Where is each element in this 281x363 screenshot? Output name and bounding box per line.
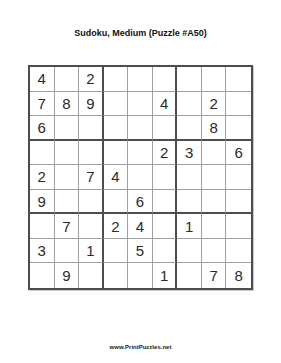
sudoku-board: 4278942682362749672413159178	[28, 65, 253, 290]
cell-r6c4[interactable]	[104, 190, 129, 215]
cell-r6c6[interactable]	[153, 190, 178, 215]
cell-r1c3[interactable]: 2	[79, 67, 104, 92]
cell-r3c5[interactable]	[128, 116, 153, 141]
cell-r7c8[interactable]	[202, 214, 227, 239]
cell-r4c1[interactable]	[30, 141, 55, 166]
sudoku-page: Sudoku, Medium (Puzzle #A50) 42789426823…	[0, 0, 281, 363]
cell-r8c3[interactable]: 1	[79, 239, 104, 264]
cell-r4c4[interactable]	[104, 141, 129, 166]
cell-r1c9[interactable]	[226, 67, 251, 92]
cell-r4c5[interactable]	[128, 141, 153, 166]
cell-r8c2[interactable]	[55, 239, 80, 264]
cell-r9c1[interactable]	[30, 263, 55, 288]
cell-r6c9[interactable]	[226, 190, 251, 215]
cell-r8c1[interactable]: 3	[30, 239, 55, 264]
cell-r9c5[interactable]	[128, 263, 153, 288]
cell-r9c9[interactable]: 8	[226, 263, 251, 288]
cell-r7c2[interactable]: 7	[55, 214, 80, 239]
cell-r9c2[interactable]: 9	[55, 263, 80, 288]
cell-r7c4[interactable]: 2	[104, 214, 129, 239]
cell-r2c4[interactable]	[104, 92, 129, 117]
cell-r6c1[interactable]: 9	[30, 190, 55, 215]
cell-r8c7[interactable]	[177, 239, 202, 264]
cell-r9c6[interactable]: 1	[153, 263, 178, 288]
cell-r4c9[interactable]: 6	[226, 141, 251, 166]
cell-r2c8[interactable]: 2	[202, 92, 227, 117]
cell-r2c3[interactable]: 9	[79, 92, 104, 117]
cell-r9c8[interactable]: 7	[202, 263, 227, 288]
cell-r7c7[interactable]: 1	[177, 214, 202, 239]
footer-url: www.PrintPuzzles.net	[0, 344, 281, 350]
cell-r3c2[interactable]	[55, 116, 80, 141]
cell-r6c3[interactable]	[79, 190, 104, 215]
cell-r5c8[interactable]	[202, 165, 227, 190]
cell-r9c3[interactable]	[79, 263, 104, 288]
cell-r4c6[interactable]: 2	[153, 141, 178, 166]
cell-r3c9[interactable]	[226, 116, 251, 141]
cell-r8c8[interactable]	[202, 239, 227, 264]
cell-r4c7[interactable]: 3	[177, 141, 202, 166]
cell-r7c6[interactable]	[153, 214, 178, 239]
cell-r8c9[interactable]	[226, 239, 251, 264]
cell-r4c2[interactable]	[55, 141, 80, 166]
cell-r1c1[interactable]: 4	[30, 67, 55, 92]
cell-r1c2[interactable]	[55, 67, 80, 92]
cell-r6c7[interactable]	[177, 190, 202, 215]
cell-r2c2[interactable]: 8	[55, 92, 80, 117]
cell-r6c8[interactable]	[202, 190, 227, 215]
cell-r5c9[interactable]	[226, 165, 251, 190]
cell-r4c8[interactable]	[202, 141, 227, 166]
cell-r1c8[interactable]	[202, 67, 227, 92]
cell-r4c3[interactable]	[79, 141, 104, 166]
cell-r3c8[interactable]: 8	[202, 116, 227, 141]
cell-r5c3[interactable]: 7	[79, 165, 104, 190]
cell-r5c1[interactable]: 2	[30, 165, 55, 190]
cell-r3c7[interactable]	[177, 116, 202, 141]
cell-r6c5[interactable]: 6	[128, 190, 153, 215]
cell-r3c6[interactable]	[153, 116, 178, 141]
cell-r7c3[interactable]	[79, 214, 104, 239]
page-title: Sudoku, Medium (Puzzle #A50)	[0, 28, 281, 38]
cell-r2c1[interactable]: 7	[30, 92, 55, 117]
cell-r3c4[interactable]	[104, 116, 129, 141]
cell-r2c6[interactable]: 4	[153, 92, 178, 117]
cell-r3c3[interactable]	[79, 116, 104, 141]
cell-r8c5[interactable]: 5	[128, 239, 153, 264]
cell-r2c9[interactable]	[226, 92, 251, 117]
cell-r2c5[interactable]	[128, 92, 153, 117]
cell-r8c6[interactable]	[153, 239, 178, 264]
cell-r1c5[interactable]	[128, 67, 153, 92]
cell-r5c4[interactable]: 4	[104, 165, 129, 190]
cell-r9c4[interactable]	[104, 263, 129, 288]
cell-r1c6[interactable]	[153, 67, 178, 92]
cell-r7c5[interactable]: 4	[128, 214, 153, 239]
cell-r1c4[interactable]	[104, 67, 129, 92]
cell-r1c7[interactable]	[177, 67, 202, 92]
cell-r9c7[interactable]	[177, 263, 202, 288]
cell-r5c2[interactable]	[55, 165, 80, 190]
cell-r7c9[interactable]	[226, 214, 251, 239]
cell-r5c6[interactable]	[153, 165, 178, 190]
cell-r8c4[interactable]	[104, 239, 129, 264]
cell-r2c7[interactable]	[177, 92, 202, 117]
cell-r3c1[interactable]: 6	[30, 116, 55, 141]
cell-r7c1[interactable]	[30, 214, 55, 239]
cell-r5c7[interactable]	[177, 165, 202, 190]
cell-r6c2[interactable]	[55, 190, 80, 215]
cell-r5c5[interactable]	[128, 165, 153, 190]
